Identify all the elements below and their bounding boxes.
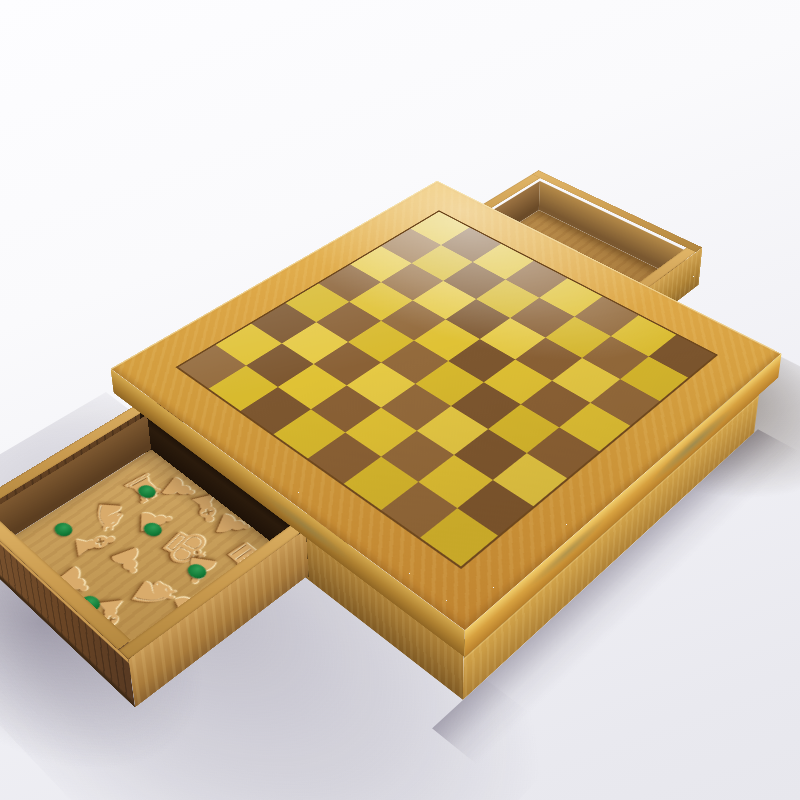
photo-frame: ♞♟♝♛♟♜♚♟♞♟ ♜♟♝♟♛♞♟♚♟♜♝♟♞♟♟♝ [0, 0, 800, 800]
scene: ♞♟♝♛♟♜♚♟♞♟ ♜♟♝♟♛♞♟♚♟♜♝♟♞♟♟♝ [0, 0, 800, 800]
